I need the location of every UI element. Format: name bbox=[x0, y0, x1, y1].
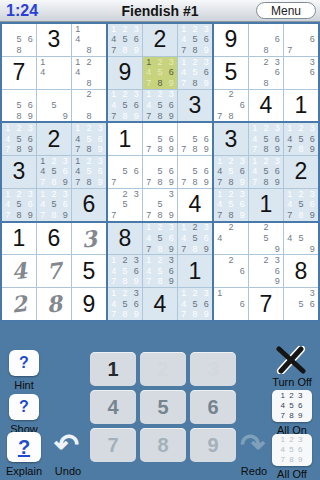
given-digit: 4 bbox=[143, 288, 177, 320]
numpad: 123456789 bbox=[90, 352, 236, 462]
cell-r5c4[interactable]: 35789 bbox=[143, 189, 177, 221]
cell-r8c4[interactable]: 4 bbox=[143, 288, 177, 320]
cell-r8c3[interactable]: 123456789 bbox=[108, 288, 142, 320]
cell-r0c3[interactable]: 123456789 bbox=[108, 24, 142, 56]
candidate-grid: 123456789 bbox=[214, 189, 248, 221]
candidate-grid: 123456789 bbox=[72, 123, 106, 155]
candidate-grid: 123456789 bbox=[108, 90, 142, 122]
candidate-grid: 123456789 bbox=[178, 288, 212, 320]
cell-r1c1[interactable]: 14 bbox=[37, 57, 71, 89]
given-digit: 2 bbox=[143, 24, 177, 56]
cell-r1c0[interactable]: 7 bbox=[2, 57, 36, 89]
cell-r2c3[interactable]: 123456789 bbox=[108, 90, 142, 122]
question-mark-icon: ? bbox=[19, 354, 29, 372]
cell-r5c6[interactable]: 123456789 bbox=[214, 189, 248, 221]
cell-r2c8[interactable]: 1 bbox=[284, 90, 318, 122]
cell-r3c8[interactable]: 123456789 bbox=[284, 123, 318, 155]
pencil-marks: 67 bbox=[284, 24, 318, 56]
candidate-grid: 123456789 bbox=[143, 255, 177, 287]
cell-r6c1[interactable]: 6 bbox=[37, 223, 71, 255]
given-digit: 6 bbox=[37, 223, 71, 255]
candidate-grid: 123456789 bbox=[37, 156, 71, 188]
cell-r2c2[interactable]: 28 bbox=[72, 90, 106, 122]
box-6: 3123456789123456789123456789123456789212… bbox=[214, 123, 318, 220]
cell-r2c1[interactable]: 59 bbox=[37, 90, 71, 122]
redo-arrow-icon[interactable]: ↷ bbox=[240, 430, 265, 460]
cell-r0c0[interactable]: 568 bbox=[2, 24, 36, 56]
cell-r7c0[interactable]: 4 bbox=[2, 255, 36, 287]
pencil-marks: 5689 bbox=[2, 90, 36, 122]
user-digit: 4 bbox=[2, 255, 36, 287]
candidate-grid: 123456789 bbox=[178, 24, 212, 56]
explain-button[interactable]: ? bbox=[7, 432, 41, 462]
cell-r4c7[interactable]: 123456789 bbox=[249, 156, 283, 188]
all-on-row: 7 8 9 bbox=[281, 411, 304, 421]
user-digit: 2 bbox=[2, 288, 36, 320]
cell-r7c7[interactable]: 2369 bbox=[249, 255, 283, 287]
given-digit: 5 bbox=[214, 57, 248, 89]
cell-r5c2[interactable]: 6 bbox=[72, 189, 106, 221]
given-digit: 6 bbox=[72, 189, 106, 221]
undo-label: Undo bbox=[44, 465, 92, 477]
cell-r3c0[interactable]: 123456789 bbox=[2, 123, 36, 155]
given-digit: 8 bbox=[108, 223, 142, 255]
all-off-button[interactable]: 1 2 3 4 5 6 7 8 9 bbox=[272, 434, 312, 466]
cell-r6c7[interactable]: 259 bbox=[249, 223, 283, 255]
cell-r6c5[interactable]: 123456789 bbox=[178, 223, 212, 255]
undo-arrow-icon[interactable]: ↶ bbox=[54, 430, 79, 460]
cell-r6c4[interactable]: 123456789 bbox=[143, 223, 177, 255]
cell-r3c2[interactable]: 123456789 bbox=[72, 123, 106, 155]
all-on-row: 4 5 6 bbox=[281, 401, 304, 411]
cell-r6c2[interactable]: 3 bbox=[72, 223, 106, 255]
pencil-marks: 68 bbox=[249, 24, 283, 56]
pencil-marks: 567 bbox=[108, 156, 142, 188]
numpad-button-8[interactable]: 8 bbox=[140, 428, 186, 462]
cell-r0c6[interactable]: 9 bbox=[214, 24, 248, 56]
cell-r4c5[interactable]: 56789 bbox=[178, 156, 212, 188]
given-digit: 8 bbox=[284, 255, 318, 287]
pencil-marks: 14 bbox=[37, 57, 71, 89]
cell-r1c3[interactable]: 9 bbox=[108, 57, 142, 89]
all-on-button[interactable]: 1 2 3 4 5 6 7 8 9 bbox=[272, 390, 312, 422]
cell-r6c3[interactable]: 8 bbox=[108, 223, 142, 255]
given-digit: 1 bbox=[249, 189, 283, 221]
cell-r3c4[interactable]: 56789 bbox=[143, 123, 177, 155]
cell-r0c4[interactable]: 2 bbox=[143, 24, 177, 56]
hint-label: Hint bbox=[0, 379, 48, 391]
cell-r6c6[interactable]: 24 bbox=[214, 223, 248, 255]
cell-r0c8[interactable]: 67 bbox=[284, 24, 318, 56]
all-off-row: 4 5 6 bbox=[281, 445, 304, 455]
pencil-marks: 459 bbox=[284, 223, 318, 255]
cell-r5c7[interactable]: 1 bbox=[249, 189, 283, 221]
control-panel: ? Hint ? Show ? Explain ↶ Undo 123456789… bbox=[0, 322, 320, 480]
box-2: 1234567892123456789912345678912345678912… bbox=[108, 24, 212, 121]
cell-r5c3[interactable]: 2357 bbox=[108, 189, 142, 221]
given-digit: 7 bbox=[2, 57, 36, 89]
cell-r1c5[interactable]: 123456789 bbox=[178, 57, 212, 89]
cell-r5c0[interactable]: 123456789 bbox=[2, 189, 36, 221]
candidate-grid: 123456789 bbox=[108, 255, 142, 287]
pencil-marks: 2368 bbox=[249, 57, 283, 89]
given-digit: 9 bbox=[72, 288, 106, 320]
given-digit: 1 bbox=[2, 223, 36, 255]
cell-r5c8[interactable]: 123456789 bbox=[284, 189, 318, 221]
cell-r0c7[interactable]: 68 bbox=[249, 24, 283, 56]
numpad-button-5[interactable]: 5 bbox=[140, 390, 186, 424]
cell-r6c0[interactable]: 1 bbox=[2, 223, 36, 255]
candidate-grid: 123456789 bbox=[108, 24, 142, 56]
user-digit: 7 bbox=[37, 255, 71, 287]
box-4: 1234567892123456789312345678912345678912… bbox=[2, 123, 106, 220]
candidate-grid: 123456789 bbox=[2, 189, 36, 221]
pencil-marks: 56789 bbox=[143, 123, 177, 155]
candidate-grid: 123456789 bbox=[143, 90, 177, 122]
given-digit: 1 bbox=[178, 255, 212, 287]
given-digit: 9 bbox=[214, 24, 248, 56]
cell-r0c2[interactable]: 148 bbox=[72, 24, 106, 56]
cell-r3c7[interactable]: 123456789 bbox=[249, 123, 283, 155]
given-digit: 9 bbox=[108, 57, 142, 89]
cell-r5c5[interactable]: 4 bbox=[178, 189, 212, 221]
pencil-marks: 56789 bbox=[178, 156, 212, 188]
cell-r2c0[interactable]: 5689 bbox=[2, 90, 36, 122]
pencil-marks: 56789 bbox=[178, 123, 212, 155]
box-5: 1567895678956756789567892357357894 bbox=[108, 123, 212, 220]
candidate-grid: 123456789 bbox=[2, 123, 36, 155]
cell-r3c6[interactable]: 3 bbox=[214, 123, 248, 155]
top-bar: 1:24 Fiendish #1 Menu bbox=[0, 0, 320, 22]
given-digit: 4 bbox=[249, 90, 283, 122]
all-off-row: 7 8 9 bbox=[281, 455, 304, 465]
show-button[interactable]: ? bbox=[9, 394, 39, 420]
cell-r0c5[interactable]: 123456789 bbox=[178, 24, 212, 56]
cell-r8c0[interactable]: 2 bbox=[2, 288, 36, 320]
cell-r3c1[interactable]: 2 bbox=[37, 123, 71, 155]
box-8: 8123456789123456789123456789123456789112… bbox=[108, 223, 212, 320]
pencil-marks: 356 bbox=[284, 288, 318, 320]
pencil-marks: 2369 bbox=[249, 255, 283, 287]
cell-r7c4[interactable]: 123456789 bbox=[143, 255, 177, 287]
cell-r7c8[interactable]: 8 bbox=[284, 255, 318, 287]
user-digit: 3 bbox=[72, 223, 106, 255]
pencil-marks: 59 bbox=[37, 90, 71, 122]
cell-r4c3[interactable]: 567 bbox=[108, 156, 142, 188]
cell-r0c1[interactable]: 3 bbox=[37, 24, 71, 56]
cell-r8c1[interactable]: 8 bbox=[37, 288, 71, 320]
candidate-grid: 123456789 bbox=[143, 57, 177, 89]
candidate-grid: 123456789 bbox=[249, 156, 283, 188]
candidate-grid: 123456789 bbox=[249, 123, 283, 155]
cell-r1c4[interactable]: 123456789 bbox=[143, 57, 177, 89]
board: 5683148714124856895928123456789212345678… bbox=[0, 22, 320, 322]
given-digit: 1 bbox=[284, 90, 318, 122]
cell-r4c1[interactable]: 123456789 bbox=[37, 156, 71, 188]
cell-r1c7[interactable]: 2368 bbox=[249, 57, 283, 89]
given-digit: 3 bbox=[178, 90, 212, 122]
given-digit: 5 bbox=[72, 255, 106, 287]
cell-r4c8[interactable]: 2 bbox=[284, 156, 318, 188]
cell-r2c5[interactable]: 3 bbox=[178, 90, 212, 122]
candidate-grid: 123456789 bbox=[178, 223, 212, 255]
cell-r7c1[interactable]: 7 bbox=[37, 255, 71, 287]
explain-label: Explain bbox=[0, 465, 48, 477]
cell-r1c2[interactable]: 1248 bbox=[72, 57, 106, 89]
cell-r4c4[interactable]: 56789 bbox=[143, 156, 177, 188]
box-9: 242594592623698167356 bbox=[214, 223, 318, 320]
cell-r8c5[interactable]: 123456789 bbox=[178, 288, 212, 320]
given-digit: 3 bbox=[37, 24, 71, 56]
given-digit: 4 bbox=[178, 189, 212, 221]
cell-r7c3[interactable]: 123456789 bbox=[108, 255, 142, 287]
cell-r3c3[interactable]: 1 bbox=[108, 123, 142, 155]
box-1: 5683148714124856895928 bbox=[2, 24, 106, 121]
cell-r8c6[interactable]: 16 bbox=[214, 288, 248, 320]
pencil-marks: 2678 bbox=[214, 90, 248, 122]
numpad-button-6[interactable]: 6 bbox=[190, 390, 236, 424]
cell-r7c5[interactable]: 1 bbox=[178, 255, 212, 287]
given-digit: 2 bbox=[284, 156, 318, 188]
menu-button[interactable]: Menu bbox=[256, 2, 316, 19]
given-digit: 3 bbox=[214, 123, 248, 155]
cell-r2c4[interactable]: 123456789 bbox=[143, 90, 177, 122]
numpad-button-1[interactable]: 1 bbox=[90, 352, 136, 386]
cell-r4c0[interactable]: 3 bbox=[2, 156, 36, 188]
candidate-grid: 123456789 bbox=[37, 189, 71, 221]
user-digit: 8 bbox=[37, 288, 71, 320]
turn-off-label: Turn Off bbox=[264, 376, 320, 388]
candidate-grid: 123456789 bbox=[72, 156, 106, 188]
box-7: 163475289 bbox=[2, 223, 106, 320]
pencil-marks: 26 bbox=[214, 255, 248, 287]
candidate-grid: 123456789 bbox=[284, 123, 318, 155]
hint-button[interactable]: ? bbox=[9, 350, 39, 376]
cell-r3c5[interactable]: 56789 bbox=[178, 123, 212, 155]
cell-r7c6[interactable]: 26 bbox=[214, 255, 248, 287]
all-off-row: 1 2 3 bbox=[281, 435, 304, 445]
pencil-marks: 568 bbox=[2, 24, 36, 56]
given-digit: 1 bbox=[108, 123, 142, 155]
all-on-row: 1 2 3 bbox=[281, 391, 304, 401]
pencil-marks: 56789 bbox=[143, 156, 177, 188]
candidate-grid: 123456789 bbox=[108, 288, 142, 320]
cell-r1c8[interactable]: 36 bbox=[284, 57, 318, 89]
cell-r8c2[interactable]: 9 bbox=[72, 288, 106, 320]
pencil-marks: 1248 bbox=[72, 57, 106, 89]
all-off-label: All Off bbox=[264, 468, 320, 480]
candidate-grid: 123456789 bbox=[143, 223, 177, 255]
cell-r7c2[interactable]: 5 bbox=[72, 255, 106, 287]
numpad-button-2[interactable]: 2 bbox=[140, 352, 186, 386]
cell-r8c8[interactable]: 356 bbox=[284, 288, 318, 320]
cell-r1c6[interactable]: 5 bbox=[214, 57, 248, 89]
question-mark-icon: ? bbox=[18, 436, 30, 459]
cell-r8c7[interactable]: 7 bbox=[249, 288, 283, 320]
cell-r4c6[interactable]: 123456789 bbox=[214, 156, 248, 188]
pencil-marks: 2357 bbox=[108, 189, 142, 221]
turn-off-pencil-x-icon[interactable] bbox=[274, 346, 308, 374]
cell-r5c1[interactable]: 123456789 bbox=[37, 189, 71, 221]
pencil-marks: 16 bbox=[214, 288, 248, 320]
candidate-grid: 123456789 bbox=[214, 156, 248, 188]
box-3: 968675236836267841 bbox=[214, 24, 318, 121]
pencil-marks: 35789 bbox=[143, 189, 177, 221]
given-digit: 7 bbox=[249, 288, 283, 320]
numpad-button-7[interactable]: 7 bbox=[90, 428, 136, 462]
pencil-marks: 28 bbox=[72, 90, 106, 122]
cell-r2c7[interactable]: 4 bbox=[249, 90, 283, 122]
pencil-marks: 148 bbox=[72, 24, 106, 56]
numpad-button-4[interactable]: 4 bbox=[90, 390, 136, 424]
cell-r6c8[interactable]: 459 bbox=[284, 223, 318, 255]
given-digit: 2 bbox=[37, 123, 71, 155]
numpad-button-9[interactable]: 9 bbox=[190, 428, 236, 462]
cell-r2c6[interactable]: 2678 bbox=[214, 90, 248, 122]
candidate-grid: 123456789 bbox=[284, 189, 318, 221]
question-mark-icon: ? bbox=[19, 398, 29, 416]
given-digit: 3 bbox=[2, 156, 36, 188]
cell-r4c2[interactable]: 123456789 bbox=[72, 156, 106, 188]
pencil-marks: 259 bbox=[249, 223, 283, 255]
numpad-button-3[interactable]: 3 bbox=[190, 352, 236, 386]
pencil-marks: 36 bbox=[284, 57, 318, 89]
pencil-marks: 24 bbox=[214, 223, 248, 255]
candidate-grid: 123456789 bbox=[178, 57, 212, 89]
